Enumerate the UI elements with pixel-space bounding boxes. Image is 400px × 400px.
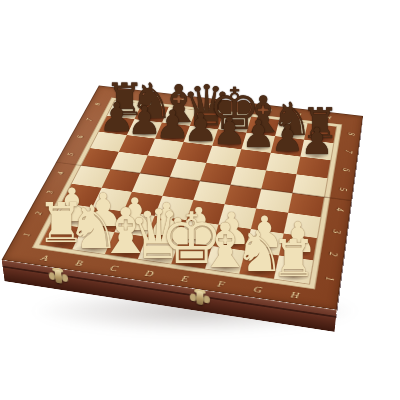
product-photo: ABCDEFGH ABCDEFGH 87654321 87654321 [0, 0, 400, 400]
piece-black-pawn-h7: ♟ [300, 124, 333, 161]
piece-white-rook-h1: ♜ [271, 233, 317, 284]
pieces-layer: ♜♞♝♛♚♝♞♜♟♟♟♟♟♟♟♟♟♟♟♟♟♟♟♟♜♞♝♛♚♝♞♜ [0, 0, 400, 400]
piece-black-pawn-g7: ♟ [271, 120, 304, 157]
